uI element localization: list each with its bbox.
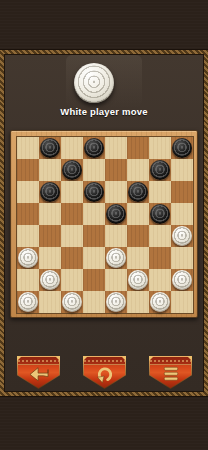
checkers-board (10, 130, 198, 318)
square-r0c5[interactable] (127, 137, 149, 159)
square-r5c1[interactable] (39, 247, 61, 269)
square-r0c6[interactable] (149, 137, 171, 159)
square-r4c0[interactable] (17, 225, 39, 247)
square-r7c4[interactable] (105, 291, 127, 313)
square-r4c4[interactable] (105, 225, 127, 247)
button-ornament-band (150, 357, 191, 365)
button-corner-ear (83, 356, 88, 361)
square-r3c4[interactable] (105, 203, 127, 225)
restart-button[interactable] (83, 356, 126, 389)
square-r4c7[interactable] (171, 225, 193, 247)
button-ornament-band (18, 357, 59, 365)
square-r6c4[interactable] (105, 269, 127, 291)
board-grid (16, 136, 194, 314)
square-r7c5[interactable] (127, 291, 149, 313)
square-r7c3[interactable] (83, 291, 105, 313)
square-r4c2[interactable] (61, 225, 83, 247)
square-r7c7[interactable] (171, 291, 193, 313)
square-r0c0[interactable] (17, 137, 39, 159)
square-r6c6[interactable] (149, 269, 171, 291)
square-r5c5[interactable] (127, 247, 149, 269)
square-r4c3[interactable] (83, 225, 105, 247)
black-piece[interactable] (40, 182, 60, 202)
black-piece[interactable] (84, 182, 104, 202)
back-arrow-icon (17, 365, 60, 383)
square-r0c1[interactable] (39, 137, 61, 159)
square-r2c5[interactable] (127, 181, 149, 203)
square-r2c0[interactable] (17, 181, 39, 203)
square-r2c1[interactable] (39, 181, 61, 203)
black-piece[interactable] (40, 138, 60, 158)
square-r1c1[interactable] (39, 159, 61, 181)
square-r1c2[interactable] (61, 159, 83, 181)
white-piece[interactable] (106, 292, 126, 312)
square-r4c1[interactable] (39, 225, 61, 247)
square-r6c7[interactable] (171, 269, 193, 291)
white-piece[interactable] (18, 292, 38, 312)
black-piece[interactable] (150, 160, 170, 180)
button-ornament-band (84, 357, 125, 365)
square-r0c7[interactable] (171, 137, 193, 159)
black-piece[interactable] (172, 138, 192, 158)
black-piece[interactable] (128, 182, 148, 202)
square-r1c3[interactable] (83, 159, 105, 181)
square-r5c6[interactable] (149, 247, 171, 269)
square-r1c7[interactable] (171, 159, 193, 181)
square-r3c6[interactable] (149, 203, 171, 225)
square-r3c0[interactable] (17, 203, 39, 225)
square-r5c3[interactable] (83, 247, 105, 269)
square-r1c0[interactable] (17, 159, 39, 181)
square-r0c3[interactable] (83, 137, 105, 159)
square-r4c5[interactable] (127, 225, 149, 247)
white-checker-icon (74, 63, 114, 103)
square-r7c0[interactable] (17, 291, 39, 313)
square-r3c5[interactable] (127, 203, 149, 225)
square-r1c4[interactable] (105, 159, 127, 181)
square-r6c2[interactable] (61, 269, 83, 291)
square-r2c2[interactable] (61, 181, 83, 203)
button-corner-ear (187, 356, 192, 361)
turn-status-text: White player move (0, 106, 208, 117)
square-r2c6[interactable] (149, 181, 171, 203)
square-r4c6[interactable] (149, 225, 171, 247)
square-r1c6[interactable] (149, 159, 171, 181)
white-piece[interactable] (106, 248, 126, 268)
square-r2c3[interactable] (83, 181, 105, 203)
button-corner-ear (17, 356, 22, 361)
white-piece[interactable] (172, 226, 192, 246)
square-r7c6[interactable] (149, 291, 171, 313)
back-button[interactable] (17, 356, 60, 389)
white-piece[interactable] (128, 270, 148, 290)
restart-icon (83, 365, 126, 385)
menu-icon (149, 365, 192, 383)
square-r3c1[interactable] (39, 203, 61, 225)
square-r5c2[interactable] (61, 247, 83, 269)
white-piece[interactable] (18, 248, 38, 268)
black-piece[interactable] (150, 204, 170, 224)
square-r6c0[interactable] (17, 269, 39, 291)
square-r3c7[interactable] (171, 203, 193, 225)
square-r0c4[interactable] (105, 137, 127, 159)
square-r1c5[interactable] (127, 159, 149, 181)
square-r6c1[interactable] (39, 269, 61, 291)
square-r5c0[interactable] (17, 247, 39, 269)
black-piece[interactable] (106, 204, 126, 224)
white-piece[interactable] (172, 270, 192, 290)
menu-button[interactable] (149, 356, 192, 389)
black-piece[interactable] (84, 138, 104, 158)
square-r3c3[interactable] (83, 203, 105, 225)
square-r3c2[interactable] (61, 203, 83, 225)
white-piece[interactable] (150, 292, 170, 312)
app-screen: White player move (0, 0, 208, 450)
square-r6c3[interactable] (83, 269, 105, 291)
button-corner-ear (121, 356, 126, 361)
square-r6c5[interactable] (127, 269, 149, 291)
button-corner-ear (55, 356, 60, 361)
black-piece[interactable] (62, 160, 82, 180)
white-piece[interactable] (40, 270, 60, 290)
square-r7c1[interactable] (39, 291, 61, 313)
square-r2c7[interactable] (171, 181, 193, 203)
button-corner-ear (149, 356, 154, 361)
square-r7c2[interactable] (61, 291, 83, 313)
square-r5c7[interactable] (171, 247, 193, 269)
square-r2c4[interactable] (105, 181, 127, 203)
square-r0c2[interactable] (61, 137, 83, 159)
square-r5c4[interactable] (105, 247, 127, 269)
white-piece[interactable] (62, 292, 82, 312)
